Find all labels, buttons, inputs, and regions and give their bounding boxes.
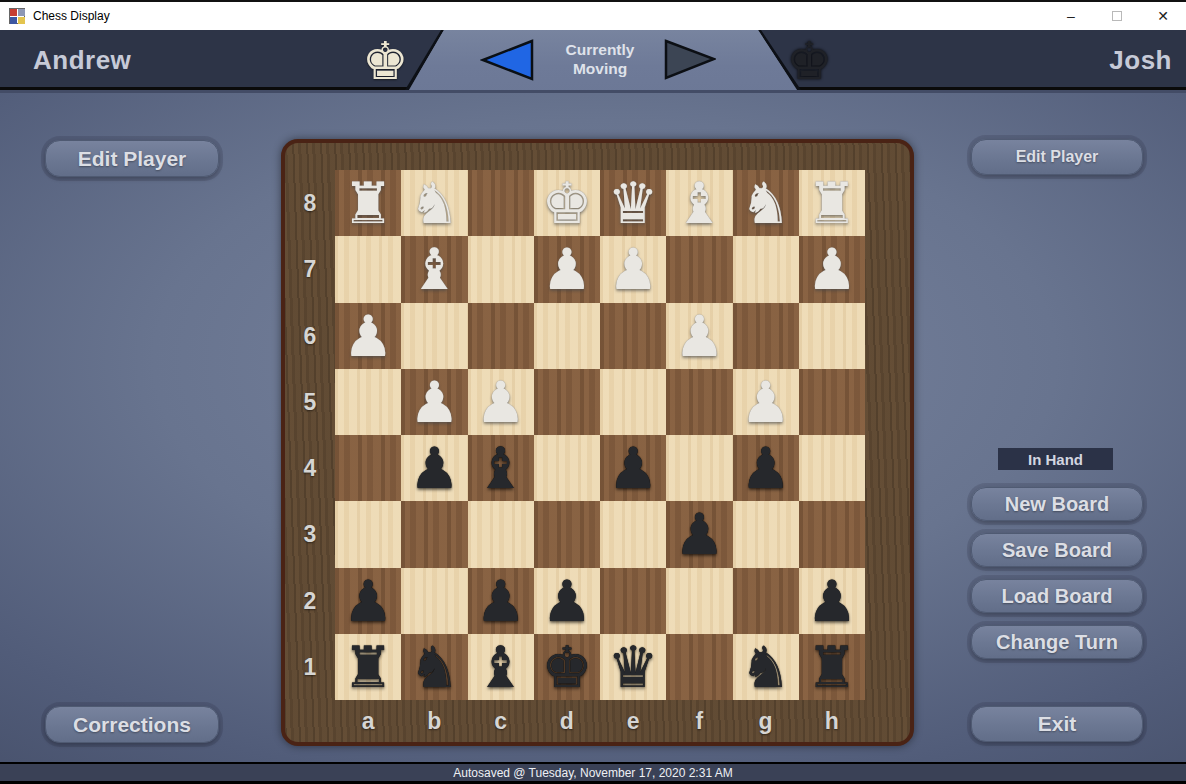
white-rook: ♜ [799,170,865,236]
black-queen: ♛ [600,634,666,700]
file-label-c: c [468,700,534,742]
square-c1[interactable]: ♝ [468,634,534,700]
file-label-g: g [733,700,799,742]
file-label-b: b [401,700,467,742]
square-a7[interactable] [335,236,401,302]
black-pawn: ♟ [600,435,666,501]
rank-label-8: 8 [285,170,335,236]
square-g2[interactable] [733,568,799,634]
square-c4[interactable]: ♝ [468,435,534,501]
square-e8[interactable]: ♛ [600,170,666,236]
square-h3[interactable] [799,501,865,567]
corrections-button[interactable]: Corrections [45,706,219,743]
square-d2[interactable]: ♟ [534,568,600,634]
close-icon[interactable]: ✕ [1140,2,1186,30]
currently-moving-label: Currently Moving [520,40,680,78]
square-c8[interactable] [468,170,534,236]
rank-label-7: 7 [285,236,335,302]
status-bar: Autosaved @ Tuesday, November 17, 2020 2… [0,762,1186,784]
edit-player-left-button[interactable]: Edit Player [45,140,219,177]
square-b8[interactable]: ♞ [401,170,467,236]
square-g3[interactable] [733,501,799,567]
white-pawn: ♟ [401,369,467,435]
square-d5[interactable] [534,369,600,435]
square-g1[interactable]: ♞ [733,634,799,700]
black-knight: ♞ [401,634,467,700]
square-d6[interactable] [534,303,600,369]
black-rook: ♜ [799,634,865,700]
white-pawn: ♟ [666,303,732,369]
square-b3[interactable] [401,501,467,567]
change-turn-button[interactable]: Change Turn [971,625,1143,659]
save-board-button[interactable]: Save Board [971,533,1143,567]
file-label-d: d [534,700,600,742]
square-g8[interactable]: ♞ [733,170,799,236]
black-king-icon: ♚ [786,29,833,91]
square-a5[interactable] [335,369,401,435]
square-h4[interactable] [799,435,865,501]
file-label-f: f [666,700,732,742]
square-d3[interactable] [534,501,600,567]
board-grid: ♜♞♚♛♝♞♜♝♟♟♟♟♟♟♟♟♟♝♟♟♟♟♟♟♟♜♞♝♚♛♞♜ [335,170,865,700]
black-bishop: ♝ [468,634,534,700]
currently-moving-line2: Moving [520,59,680,78]
square-d8[interactable]: ♚ [534,170,600,236]
chess-board: ♜♞♚♛♝♞♜♝♟♟♟♟♟♟♟♟♟♝♟♟♟♟♟♟♟♜♞♝♚♛♞♜ 8765432… [281,139,914,746]
square-e2[interactable] [600,568,666,634]
square-h2[interactable]: ♟ [799,568,865,634]
square-h8[interactable]: ♜ [799,170,865,236]
white-pawn: ♟ [468,369,534,435]
edit-player-right-button[interactable]: Edit Player [971,139,1143,175]
square-a1[interactable]: ♜ [335,634,401,700]
square-b5[interactable]: ♟ [401,369,467,435]
black-bishop: ♝ [468,435,534,501]
white-pawn: ♟ [534,236,600,302]
square-b6[interactable] [401,303,467,369]
load-board-button[interactable]: Load Board [971,579,1143,613]
square-a8[interactable]: ♜ [335,170,401,236]
square-c3[interactable] [468,501,534,567]
black-knight: ♞ [733,634,799,700]
black-pawn: ♟ [666,501,732,567]
square-e6[interactable] [600,303,666,369]
white-queen: ♛ [600,170,666,236]
square-e4[interactable]: ♟ [600,435,666,501]
square-c5[interactable]: ♟ [468,369,534,435]
new-board-button[interactable]: New Board [971,487,1143,521]
square-c6[interactable] [468,303,534,369]
rank-label-6: 6 [285,303,335,369]
rank-label-2: 2 [285,568,335,634]
white-pawn: ♟ [335,303,401,369]
square-d4[interactable] [534,435,600,501]
square-g5[interactable]: ♟ [733,369,799,435]
square-d1[interactable]: ♚ [534,634,600,700]
minimize-icon[interactable]: – [1048,2,1094,30]
square-f6[interactable]: ♟ [666,303,732,369]
file-label-e: e [600,700,666,742]
white-bishop: ♝ [666,170,732,236]
square-g4[interactable]: ♟ [733,435,799,501]
square-e7[interactable]: ♟ [600,236,666,302]
rank-label-4: 4 [285,435,335,501]
file-label-h: h [799,700,865,742]
square-f1[interactable] [666,634,732,700]
square-d7[interactable]: ♟ [534,236,600,302]
square-h6[interactable] [799,303,865,369]
white-knight: ♞ [401,170,467,236]
rank-label-5: 5 [285,369,335,435]
app-window: Chess Display – ✕ Andrew ♚ Currently Mov… [0,0,1186,784]
square-a2[interactable]: ♟ [335,568,401,634]
square-b7[interactable]: ♝ [401,236,467,302]
square-h1[interactable]: ♜ [799,634,865,700]
white-knight: ♞ [733,170,799,236]
autosave-status-text: Autosaved @ Tuesday, November 17, 2020 2… [453,766,732,780]
black-player-name: Josh [1109,30,1172,90]
square-a3[interactable] [335,501,401,567]
square-b4[interactable]: ♟ [401,435,467,501]
white-rook: ♜ [335,170,401,236]
window-title: Chess Display [33,9,110,23]
square-e5[interactable] [600,369,666,435]
square-f3[interactable]: ♟ [666,501,732,567]
black-pawn: ♟ [733,435,799,501]
square-b1[interactable]: ♞ [401,634,467,700]
square-f7[interactable] [666,236,732,302]
in-hand-label: In Hand [998,448,1113,470]
header-bar: Andrew ♚ Currently Moving ♚ Josh [0,30,1186,90]
square-c7[interactable] [468,236,534,302]
square-a6[interactable]: ♟ [335,303,401,369]
square-f5[interactable] [666,369,732,435]
currently-moving-line1: Currently [520,40,680,59]
square-e3[interactable] [600,501,666,567]
square-a4[interactable] [335,435,401,501]
square-h5[interactable] [799,369,865,435]
square-c2[interactable]: ♟ [468,568,534,634]
white-player-name: Andrew [33,30,131,90]
square-e1[interactable]: ♛ [600,634,666,700]
white-king-icon: ♚ [362,29,409,91]
black-king: ♚ [534,634,600,700]
white-pawn: ♟ [799,236,865,302]
app-icon [9,8,25,24]
file-label-a: a [335,700,401,742]
white-king: ♚ [534,170,600,236]
square-f8[interactable]: ♝ [666,170,732,236]
maximize-icon[interactable] [1094,2,1140,30]
rank-label-1: 1 [285,634,335,700]
black-pawn: ♟ [534,568,600,634]
white-pawn: ♟ [733,369,799,435]
black-pawn: ♟ [468,568,534,634]
black-pawn: ♟ [799,568,865,634]
square-f4[interactable] [666,435,732,501]
square-g7[interactable] [733,236,799,302]
main-area: Edit Player Corrections ♜♞♚♛♝♞♜♝♟♟♟♟♟♟♟♟… [0,93,1186,762]
black-pawn: ♟ [401,435,467,501]
title-bar: Chess Display – ✕ [0,0,1186,30]
white-bishop: ♝ [401,236,467,302]
rank-label-3: 3 [285,501,335,567]
black-pawn: ♟ [335,568,401,634]
white-pawn: ♟ [600,236,666,302]
square-b2[interactable] [401,568,467,634]
exit-button[interactable]: Exit [971,706,1143,742]
square-g6[interactable] [733,303,799,369]
square-h7[interactable]: ♟ [799,236,865,302]
square-f2[interactable] [666,568,732,634]
black-rook: ♜ [335,634,401,700]
